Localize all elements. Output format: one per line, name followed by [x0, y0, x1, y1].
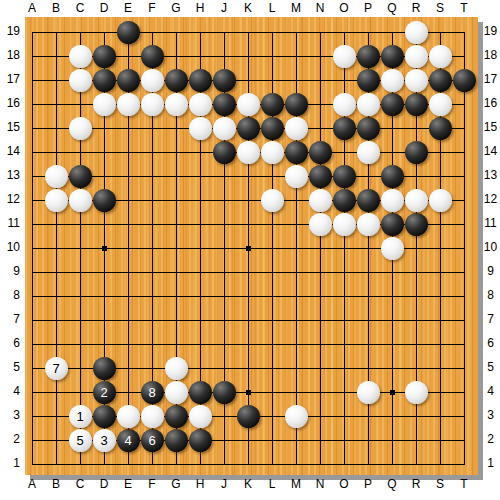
stone-black-P18 — [357, 45, 380, 68]
coord-label-bottom-S: S — [428, 477, 452, 492]
coord-label-top-E: E — [116, 1, 140, 16]
grid-line-horizontal — [32, 272, 465, 273]
grid-line-vertical — [320, 32, 321, 465]
coord-label-top-L: L — [260, 1, 284, 16]
coord-label-top-Q: Q — [380, 1, 404, 16]
stone-white-B12 — [45, 189, 68, 212]
stone-black-D5 — [93, 357, 116, 380]
coord-label-bottom-H: H — [188, 477, 212, 492]
stone-black-N14 — [309, 141, 332, 164]
stone-black-E2: 4 — [117, 429, 140, 452]
stone-black-J4 — [213, 381, 236, 404]
stone-black-M16 — [285, 93, 308, 116]
star-point — [102, 246, 107, 251]
coord-label-left-7: 7 — [1, 312, 20, 327]
coord-label-bottom-N: N — [308, 477, 332, 492]
stone-white-R18 — [405, 45, 428, 68]
stone-white-P16 — [357, 93, 380, 116]
stone-white-M3 — [285, 405, 308, 428]
stone-white-O11 — [333, 213, 356, 236]
stone-black-L15 — [261, 117, 284, 140]
coord-label-top-R: R — [404, 1, 428, 16]
stone-white-S16 — [429, 93, 452, 116]
stone-white-N12 — [309, 189, 332, 212]
coord-label-bottom-K: K — [236, 477, 260, 492]
stone-white-L14 — [261, 141, 284, 164]
stone-white-C18 — [69, 45, 92, 68]
stone-black-E19 — [117, 21, 140, 44]
stone-black-D18 — [93, 45, 116, 68]
stone-white-P11 — [357, 213, 380, 236]
star-point — [390, 390, 395, 395]
stone-black-R16 — [405, 93, 428, 116]
stone-white-O18 — [333, 45, 356, 68]
coord-label-bottom-O: O — [332, 477, 356, 492]
stone-white-R12 — [405, 189, 428, 212]
stone-white-B5: 7 — [45, 357, 68, 380]
stone-white-P4 — [357, 381, 380, 404]
stone-white-R17 — [405, 69, 428, 92]
stone-black-Q16 — [381, 93, 404, 116]
stone-black-P15 — [357, 117, 380, 140]
coord-label-top-G: G — [164, 1, 188, 16]
stone-black-S17 — [429, 69, 452, 92]
coord-label-left-6: 6 — [1, 336, 20, 351]
coord-label-right-16: 16 — [481, 96, 500, 111]
coord-label-top-D: D — [92, 1, 116, 16]
coord-label-right-18: 18 — [481, 48, 500, 63]
stone-white-F16 — [141, 93, 164, 116]
move-number-label: 8 — [148, 386, 155, 399]
stone-white-E3 — [117, 405, 140, 428]
coord-label-top-N: N — [308, 1, 332, 16]
stone-black-P17 — [357, 69, 380, 92]
stone-black-O12 — [333, 189, 356, 212]
coord-label-left-14: 14 — [1, 144, 20, 159]
coord-label-left-11: 11 — [1, 216, 20, 231]
coord-label-top-F: F — [140, 1, 164, 16]
grid-line-horizontal — [32, 320, 465, 321]
stone-white-L12 — [261, 189, 284, 212]
coord-label-bottom-T: T — [452, 477, 476, 492]
stone-white-E16 — [117, 93, 140, 116]
stone-white-K14 — [237, 141, 260, 164]
coord-label-right-3: 3 — [481, 408, 500, 423]
stone-black-D4: 2 — [93, 381, 116, 404]
stone-white-B13 — [45, 165, 68, 188]
stone-white-Q10 — [381, 237, 404, 260]
stone-black-G17 — [165, 69, 188, 92]
coord-label-left-2: 2 — [1, 432, 20, 447]
coord-label-top-T: T — [452, 1, 476, 16]
stone-black-D12 — [93, 189, 116, 212]
stone-white-F17 — [141, 69, 164, 92]
stone-white-G5 — [165, 357, 188, 380]
stone-black-T17 — [453, 69, 476, 92]
stone-black-C13 — [69, 165, 92, 188]
move-number-label: 5 — [76, 434, 83, 447]
coord-label-right-1: 1 — [481, 456, 500, 471]
coord-label-bottom-Q: Q — [380, 477, 404, 492]
stone-white-C3: 1 — [69, 405, 92, 428]
coord-label-top-C: C — [68, 1, 92, 16]
stone-white-C2: 5 — [69, 429, 92, 452]
stone-black-H17 — [189, 69, 212, 92]
stone-black-F2: 6 — [141, 429, 164, 452]
stone-black-H2 — [189, 429, 212, 452]
coord-label-bottom-L: L — [260, 477, 284, 492]
stone-black-M14 — [285, 141, 308, 164]
stone-black-K3 — [237, 405, 260, 428]
stone-black-Q18 — [381, 45, 404, 68]
coord-label-right-15: 15 — [481, 120, 500, 135]
move-number-label: 1 — [76, 410, 83, 423]
coord-label-bottom-M: M — [284, 477, 308, 492]
stone-black-J17 — [213, 69, 236, 92]
stone-black-Q13 — [381, 165, 404, 188]
stone-black-G3 — [165, 405, 188, 428]
stone-white-P14 — [357, 141, 380, 164]
move-number-label: 3 — [100, 434, 107, 447]
coord-label-bottom-P: P — [356, 477, 380, 492]
stone-white-F3 — [141, 405, 164, 428]
stone-white-S12 — [429, 189, 452, 212]
stone-white-M15 — [285, 117, 308, 140]
coord-label-top-K: K — [236, 1, 260, 16]
stone-black-F18 — [141, 45, 164, 68]
stone-black-O15 — [333, 117, 356, 140]
star-point — [246, 390, 251, 395]
coord-label-right-12: 12 — [481, 192, 500, 207]
stone-white-R19 — [405, 21, 428, 44]
coord-label-left-19: 19 — [1, 24, 20, 39]
coord-label-right-6: 6 — [481, 336, 500, 351]
stone-white-D16 — [93, 93, 116, 116]
stone-black-D3 — [93, 405, 116, 428]
coord-label-left-10: 10 — [1, 240, 20, 255]
stone-black-D17 — [93, 69, 116, 92]
stone-black-J16 — [213, 93, 236, 116]
stone-white-G4 — [165, 381, 188, 404]
grid-line-vertical — [464, 32, 465, 465]
coord-label-left-13: 13 — [1, 168, 20, 183]
coord-label-top-H: H — [188, 1, 212, 16]
coord-label-left-8: 8 — [1, 288, 20, 303]
coord-label-left-9: 9 — [1, 264, 20, 279]
stone-black-O13 — [333, 165, 356, 188]
go-diagram-screen: 28467153 AABBCCDDEEFFGGHHJJKKLLMMNNOOPPQ… — [0, 0, 500, 500]
coord-label-left-1: 1 — [1, 456, 20, 471]
coord-label-right-7: 7 — [481, 312, 500, 327]
stone-white-C17 — [69, 69, 92, 92]
stone-white-M13 — [285, 165, 308, 188]
coord-label-right-14: 14 — [481, 144, 500, 159]
move-number-label: 7 — [52, 362, 59, 375]
stone-black-P12 — [357, 189, 380, 212]
coord-label-left-18: 18 — [1, 48, 20, 63]
stone-black-S15 — [429, 117, 452, 140]
coord-label-bottom-D: D — [92, 477, 116, 492]
stone-white-G16 — [165, 93, 188, 116]
stone-white-O16 — [333, 93, 356, 116]
coord-label-right-11: 11 — [481, 216, 500, 231]
stone-black-E17 — [117, 69, 140, 92]
stone-white-R4 — [405, 381, 428, 404]
coord-label-left-3: 3 — [1, 408, 20, 423]
coord-label-right-9: 9 — [481, 264, 500, 279]
coord-label-top-J: J — [212, 1, 236, 16]
stone-white-H3 — [189, 405, 212, 428]
grid-line-horizontal — [32, 464, 465, 465]
stone-white-D2: 3 — [93, 429, 116, 452]
move-number-label: 4 — [124, 434, 131, 447]
stone-white-J15 — [213, 117, 236, 140]
coord-label-left-17: 17 — [1, 72, 20, 87]
stone-black-H4 — [189, 381, 212, 404]
coord-label-top-O: O — [332, 1, 356, 16]
stone-black-N13 — [309, 165, 332, 188]
stone-white-S18 — [429, 45, 452, 68]
stone-black-R11 — [405, 213, 428, 236]
coord-label-bottom-B: B — [44, 477, 68, 492]
grid-line-horizontal — [32, 344, 465, 345]
stone-white-C15 — [69, 117, 92, 140]
coord-label-left-16: 16 — [1, 96, 20, 111]
grid-line-horizontal — [32, 296, 465, 297]
coord-label-top-A: A — [20, 1, 44, 16]
stone-black-K15 — [237, 117, 260, 140]
stone-white-N11 — [309, 213, 332, 236]
stone-white-Q12 — [381, 189, 404, 212]
move-number-label: 6 — [148, 434, 155, 447]
coord-label-bottom-J: J — [212, 477, 236, 492]
stone-white-K16 — [237, 93, 260, 116]
coord-label-right-4: 4 — [481, 384, 500, 399]
coord-label-right-10: 10 — [481, 240, 500, 255]
go-board[interactable]: 28467153 — [25, 17, 478, 475]
stone-white-H16 — [189, 93, 212, 116]
coord-label-bottom-A: A — [20, 477, 44, 492]
coord-label-bottom-E: E — [116, 477, 140, 492]
stone-black-F4: 8 — [141, 381, 164, 404]
coord-label-bottom-C: C — [68, 477, 92, 492]
coord-label-left-15: 15 — [1, 120, 20, 135]
coord-label-bottom-R: R — [404, 477, 428, 492]
coord-label-bottom-G: G — [164, 477, 188, 492]
stone-white-Q17 — [381, 69, 404, 92]
stone-black-L16 — [261, 93, 284, 116]
coord-label-bottom-F: F — [140, 477, 164, 492]
coord-label-left-4: 4 — [1, 384, 20, 399]
coord-label-right-2: 2 — [481, 432, 500, 447]
move-number-label: 2 — [100, 386, 107, 399]
coord-label-left-12: 12 — [1, 192, 20, 207]
stone-white-H15 — [189, 117, 212, 140]
coord-label-top-P: P — [356, 1, 380, 16]
coord-label-right-8: 8 — [481, 288, 500, 303]
coord-label-top-S: S — [428, 1, 452, 16]
coord-label-right-19: 19 — [481, 24, 500, 39]
stone-white-C12 — [69, 189, 92, 212]
coord-label-right-5: 5 — [481, 360, 500, 375]
coord-label-left-5: 5 — [1, 360, 20, 375]
stone-black-J14 — [213, 141, 236, 164]
stone-black-R14 — [405, 141, 428, 164]
coord-label-right-17: 17 — [481, 72, 500, 87]
coord-label-top-M: M — [284, 1, 308, 16]
star-point — [246, 246, 251, 251]
stone-black-Q11 — [381, 213, 404, 236]
coord-label-right-13: 13 — [481, 168, 500, 183]
coord-label-top-B: B — [44, 1, 68, 16]
stone-black-G2 — [165, 429, 188, 452]
